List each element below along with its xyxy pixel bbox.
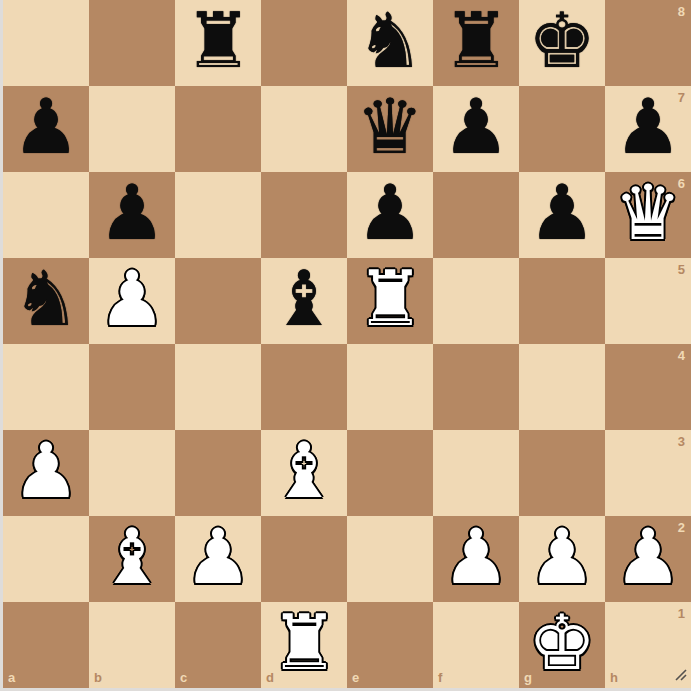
- square-g6[interactable]: ♟: [519, 172, 605, 258]
- black-bishop[interactable]: ♝: [270, 256, 338, 342]
- file-label-f: f: [438, 671, 442, 684]
- square-f7[interactable]: ♟: [433, 86, 519, 172]
- square-c6[interactable]: [175, 172, 261, 258]
- square-c7[interactable]: [175, 86, 261, 172]
- square-f1[interactable]: f: [433, 602, 519, 688]
- white-pawn[interactable]: ♟: [528, 514, 596, 600]
- square-f6[interactable]: [433, 172, 519, 258]
- rank-label-8: 8: [678, 5, 685, 18]
- black-pawn[interactable]: ♟: [442, 84, 510, 170]
- square-d3[interactable]: ♝: [261, 430, 347, 516]
- square-g7[interactable]: [519, 86, 605, 172]
- white-pawn[interactable]: ♟: [442, 514, 510, 600]
- rank-label-5: 5: [678, 263, 685, 276]
- square-e1[interactable]: e: [347, 602, 433, 688]
- white-bishop[interactable]: ♝: [98, 514, 166, 600]
- file-label-h: h: [610, 671, 618, 684]
- white-pawn[interactable]: ♟: [12, 428, 80, 514]
- square-g2[interactable]: ♟: [519, 516, 605, 602]
- square-f2[interactable]: ♟: [433, 516, 519, 602]
- white-king[interactable]: ♚: [528, 600, 596, 686]
- square-b3[interactable]: [89, 430, 175, 516]
- square-c8[interactable]: ♜: [175, 0, 261, 86]
- chess-board: ♜♞♜♚8♟♛♟7♟♟♟♟6♛♞♟♝♜54♟♝3♝♟♟♟2♟abcd♜efg♚1…: [3, 0, 691, 688]
- black-rook[interactable]: ♜: [442, 0, 510, 84]
- square-a5[interactable]: ♞: [3, 258, 89, 344]
- square-c4[interactable]: [175, 344, 261, 430]
- square-a6[interactable]: [3, 172, 89, 258]
- square-g4[interactable]: [519, 344, 605, 430]
- square-h7[interactable]: 7♟: [605, 86, 691, 172]
- square-d2[interactable]: [261, 516, 347, 602]
- square-h4[interactable]: 4: [605, 344, 691, 430]
- file-label-b: b: [94, 671, 102, 684]
- square-d8[interactable]: [261, 0, 347, 86]
- square-g8[interactable]: ♚: [519, 0, 605, 86]
- file-label-c: c: [180, 671, 187, 684]
- white-pawn[interactable]: ♟: [184, 514, 252, 600]
- square-h2[interactable]: 2♟: [605, 516, 691, 602]
- square-c1[interactable]: c: [175, 602, 261, 688]
- black-king[interactable]: ♚: [528, 0, 596, 84]
- square-f5[interactable]: [433, 258, 519, 344]
- file-label-a: a: [8, 671, 15, 684]
- square-a3[interactable]: ♟: [3, 430, 89, 516]
- square-b6[interactable]: ♟: [89, 172, 175, 258]
- square-c5[interactable]: [175, 258, 261, 344]
- white-queen[interactable]: ♛: [614, 170, 682, 256]
- square-a7[interactable]: ♟: [3, 86, 89, 172]
- square-c2[interactable]: ♟: [175, 516, 261, 602]
- white-pawn[interactable]: ♟: [614, 514, 682, 600]
- white-rook[interactable]: ♜: [356, 256, 424, 342]
- square-a8[interactable]: [3, 0, 89, 86]
- square-b1[interactable]: b: [89, 602, 175, 688]
- square-e2[interactable]: [347, 516, 433, 602]
- black-pawn[interactable]: ♟: [12, 84, 80, 170]
- square-e6[interactable]: ♟: [347, 172, 433, 258]
- square-b8[interactable]: [89, 0, 175, 86]
- square-b7[interactable]: [89, 86, 175, 172]
- board-resize-handle-icon[interactable]: [674, 668, 688, 682]
- square-e3[interactable]: [347, 430, 433, 516]
- square-d1[interactable]: d♜: [261, 602, 347, 688]
- white-rook[interactable]: ♜: [270, 600, 338, 686]
- square-h8[interactable]: 8: [605, 0, 691, 86]
- square-f3[interactable]: [433, 430, 519, 516]
- square-h5[interactable]: 5: [605, 258, 691, 344]
- square-d5[interactable]: ♝: [261, 258, 347, 344]
- square-a4[interactable]: [3, 344, 89, 430]
- black-pawn[interactable]: ♟: [356, 170, 424, 256]
- square-e4[interactable]: [347, 344, 433, 430]
- white-pawn[interactable]: ♟: [98, 256, 166, 342]
- black-queen[interactable]: ♛: [356, 84, 424, 170]
- square-f4[interactable]: [433, 344, 519, 430]
- file-label-e: e: [352, 671, 359, 684]
- square-e7[interactable]: ♛: [347, 86, 433, 172]
- square-b2[interactable]: ♝: [89, 516, 175, 602]
- square-g1[interactable]: g♚: [519, 602, 605, 688]
- white-bishop[interactable]: ♝: [270, 428, 338, 514]
- square-h6[interactable]: 6♛: [605, 172, 691, 258]
- square-b4[interactable]: [89, 344, 175, 430]
- black-knight[interactable]: ♞: [356, 0, 424, 84]
- square-a2[interactable]: [3, 516, 89, 602]
- square-b5[interactable]: ♟: [89, 258, 175, 344]
- square-a1[interactable]: a: [3, 602, 89, 688]
- square-e8[interactable]: ♞: [347, 0, 433, 86]
- page-background: ♜♞♜♚8♟♛♟7♟♟♟♟6♛♞♟♝♜54♟♝3♝♟♟♟2♟abcd♜efg♚1…: [0, 0, 691, 691]
- square-g5[interactable]: [519, 258, 605, 344]
- rank-label-4: 4: [678, 349, 685, 362]
- black-pawn[interactable]: ♟: [614, 84, 682, 170]
- rank-label-1: 1: [678, 607, 685, 620]
- square-d4[interactable]: [261, 344, 347, 430]
- black-pawn[interactable]: ♟: [528, 170, 596, 256]
- square-d7[interactable]: [261, 86, 347, 172]
- black-rook[interactable]: ♜: [184, 0, 252, 84]
- square-f8[interactable]: ♜: [433, 0, 519, 86]
- square-e5[interactable]: ♜: [347, 258, 433, 344]
- square-d6[interactable]: [261, 172, 347, 258]
- black-pawn[interactable]: ♟: [98, 170, 166, 256]
- square-c3[interactable]: [175, 430, 261, 516]
- square-h3[interactable]: 3: [605, 430, 691, 516]
- black-knight[interactable]: ♞: [12, 256, 80, 342]
- square-g3[interactable]: [519, 430, 605, 516]
- rank-label-3: 3: [678, 435, 685, 448]
